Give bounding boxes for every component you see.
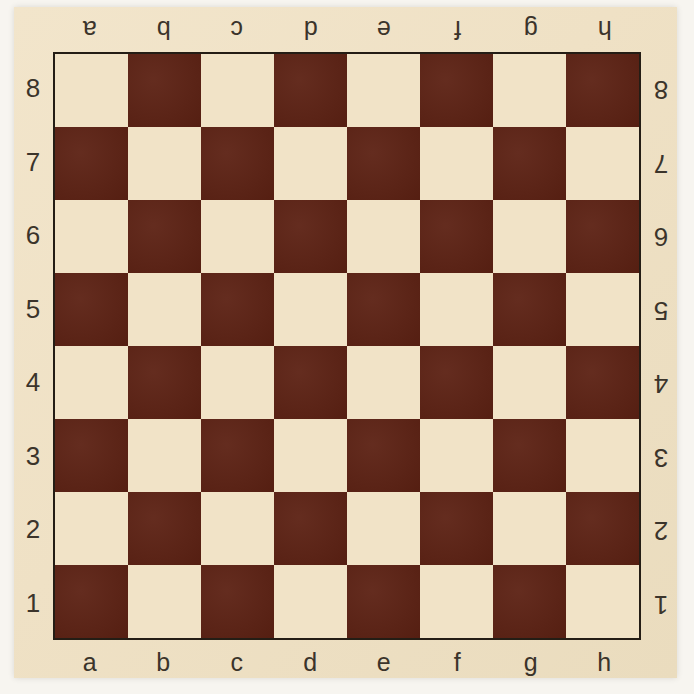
- file-label-bottom-e: e: [347, 643, 421, 681]
- square-a5[interactable]: [55, 273, 128, 346]
- square-g2[interactable]: [493, 492, 566, 565]
- file-label-top-d: d: [274, 11, 348, 49]
- rank-label-left-1: 1: [14, 567, 52, 641]
- square-e1[interactable]: [347, 565, 420, 638]
- square-g4[interactable]: [493, 346, 566, 419]
- square-h8[interactable]: [566, 54, 639, 127]
- rank-label-right-2: 2: [642, 493, 680, 567]
- square-c2[interactable]: [201, 492, 274, 565]
- square-b8[interactable]: [128, 54, 201, 127]
- square-a4[interactable]: [55, 346, 128, 419]
- rank-label-left-3: 3: [14, 420, 52, 494]
- square-f3[interactable]: [420, 419, 493, 492]
- square-f6[interactable]: [420, 200, 493, 273]
- rank-labels-left: 87654321: [14, 52, 52, 640]
- rank-label-right-6: 6: [642, 199, 680, 273]
- square-a2[interactable]: [55, 492, 128, 565]
- square-e3[interactable]: [347, 419, 420, 492]
- square-f5[interactable]: [420, 273, 493, 346]
- square-a1[interactable]: [55, 565, 128, 638]
- square-f7[interactable]: [420, 127, 493, 200]
- square-a7[interactable]: [55, 127, 128, 200]
- rank-label-left-8: 8: [14, 52, 52, 126]
- square-h2[interactable]: [566, 492, 639, 565]
- file-label-bottom-c: c: [200, 643, 274, 681]
- rank-label-right-3: 3: [642, 420, 680, 494]
- rank-label-left-2: 2: [14, 493, 52, 567]
- rank-label-right-1: 1: [642, 567, 680, 641]
- photo-background: abcdefgh 87654321 87654321 abcdefgh: [0, 0, 694, 694]
- square-c1[interactable]: [201, 565, 274, 638]
- square-a3[interactable]: [55, 419, 128, 492]
- file-label-bottom-f: f: [421, 643, 495, 681]
- square-h5[interactable]: [566, 273, 639, 346]
- square-g8[interactable]: [493, 54, 566, 127]
- square-d7[interactable]: [274, 127, 347, 200]
- file-label-bottom-b: b: [127, 643, 201, 681]
- square-b7[interactable]: [128, 127, 201, 200]
- file-labels-bottom: abcdefgh: [53, 643, 641, 681]
- square-e7[interactable]: [347, 127, 420, 200]
- square-f2[interactable]: [420, 492, 493, 565]
- square-c5[interactable]: [201, 273, 274, 346]
- square-e2[interactable]: [347, 492, 420, 565]
- file-label-top-f: f: [421, 11, 495, 49]
- rank-label-left-4: 4: [14, 346, 52, 420]
- square-c3[interactable]: [201, 419, 274, 492]
- rank-label-left-7: 7: [14, 126, 52, 200]
- file-label-bottom-h: h: [568, 643, 642, 681]
- square-e4[interactable]: [347, 346, 420, 419]
- square-g3[interactable]: [493, 419, 566, 492]
- square-f4[interactable]: [420, 346, 493, 419]
- square-e6[interactable]: [347, 200, 420, 273]
- file-label-bottom-d: d: [274, 643, 348, 681]
- chess-board: [53, 52, 641, 640]
- square-c7[interactable]: [201, 127, 274, 200]
- file-label-top-h: h: [568, 11, 642, 49]
- rank-label-right-4: 4: [642, 346, 680, 420]
- square-b1[interactable]: [128, 565, 201, 638]
- square-b4[interactable]: [128, 346, 201, 419]
- square-h1[interactable]: [566, 565, 639, 638]
- square-f1[interactable]: [420, 565, 493, 638]
- square-h7[interactable]: [566, 127, 639, 200]
- rank-label-right-7: 7: [642, 126, 680, 200]
- square-b3[interactable]: [128, 419, 201, 492]
- square-h3[interactable]: [566, 419, 639, 492]
- square-a6[interactable]: [55, 200, 128, 273]
- square-g1[interactable]: [493, 565, 566, 638]
- square-b6[interactable]: [128, 200, 201, 273]
- rank-label-right-5: 5: [642, 273, 680, 347]
- rank-label-left-5: 5: [14, 273, 52, 347]
- square-e8[interactable]: [347, 54, 420, 127]
- square-e5[interactable]: [347, 273, 420, 346]
- square-d2[interactable]: [274, 492, 347, 565]
- rank-labels-right: 87654321: [642, 52, 680, 640]
- rank-label-left-6: 6: [14, 199, 52, 273]
- square-b2[interactable]: [128, 492, 201, 565]
- file-label-top-g: g: [494, 11, 568, 49]
- square-b5[interactable]: [128, 273, 201, 346]
- square-g7[interactable]: [493, 127, 566, 200]
- square-d5[interactable]: [274, 273, 347, 346]
- square-d6[interactable]: [274, 200, 347, 273]
- file-labels-top: abcdefgh: [53, 11, 641, 49]
- square-g6[interactable]: [493, 200, 566, 273]
- square-h6[interactable]: [566, 200, 639, 273]
- square-g5[interactable]: [493, 273, 566, 346]
- file-label-bottom-a: a: [53, 643, 127, 681]
- square-a8[interactable]: [55, 54, 128, 127]
- file-label-top-a: a: [53, 11, 127, 49]
- square-d4[interactable]: [274, 346, 347, 419]
- square-d8[interactable]: [274, 54, 347, 127]
- square-c4[interactable]: [201, 346, 274, 419]
- square-d3[interactable]: [274, 419, 347, 492]
- square-c6[interactable]: [201, 200, 274, 273]
- square-h4[interactable]: [566, 346, 639, 419]
- file-label-top-e: e: [347, 11, 421, 49]
- file-label-top-b: b: [127, 11, 201, 49]
- file-label-top-c: c: [200, 11, 274, 49]
- rank-label-right-8: 8: [642, 52, 680, 126]
- file-label-bottom-g: g: [494, 643, 568, 681]
- square-c8[interactable]: [201, 54, 274, 127]
- square-d1[interactable]: [274, 565, 347, 638]
- square-f8[interactable]: [420, 54, 493, 127]
